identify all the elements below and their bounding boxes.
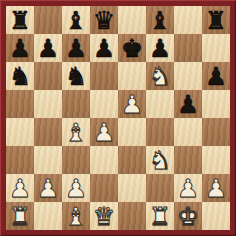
piece-black-bishop[interactable]: ♝ [146,6,174,34]
piece-black-bishop[interactable]: ♝ [62,6,90,34]
square-d2[interactable] [90,174,118,202]
square-g2[interactable]: ♟ [174,174,202,202]
square-f8[interactable]: ♝ [146,6,174,34]
square-d6[interactable] [90,62,118,90]
piece-white-bishop[interactable]: ♝ [62,202,90,230]
square-g4[interactable] [174,118,202,146]
square-g3[interactable] [174,146,202,174]
square-f7[interactable]: ♟ [146,34,174,62]
square-e8[interactable] [118,6,146,34]
square-h2[interactable]: ♟ [202,174,230,202]
square-a6[interactable]: ♞ [6,62,34,90]
square-a5[interactable] [6,90,34,118]
piece-black-knight[interactable]: ♞ [62,62,90,90]
square-b8[interactable] [34,6,62,34]
square-g7[interactable] [174,34,202,62]
square-g1[interactable]: ♚ [174,202,202,230]
square-g5[interactable]: ♟ [174,90,202,118]
square-f5[interactable] [146,90,174,118]
piece-white-rook[interactable]: ♜ [6,202,34,230]
square-d3[interactable] [90,146,118,174]
square-b2[interactable]: ♟ [34,174,62,202]
square-g8[interactable] [174,6,202,34]
square-b4[interactable] [34,118,62,146]
square-c2[interactable]: ♟ [62,174,90,202]
piece-white-knight[interactable]: ♞ [146,62,174,90]
square-b1[interactable] [34,202,62,230]
piece-white-king[interactable]: ♚ [174,202,202,230]
piece-black-pawn[interactable]: ♟ [90,34,118,62]
square-a4[interactable] [6,118,34,146]
square-h7[interactable] [202,34,230,62]
square-d7[interactable]: ♟ [90,34,118,62]
piece-white-pawn[interactable]: ♟ [34,174,62,202]
piece-white-pawn[interactable]: ♟ [62,174,90,202]
piece-black-pawn[interactable]: ♟ [202,62,230,90]
square-c7[interactable]: ♟ [62,34,90,62]
piece-black-pawn[interactable]: ♟ [34,34,62,62]
square-a2[interactable]: ♟ [6,174,34,202]
piece-white-rook[interactable]: ♜ [146,202,174,230]
square-f3[interactable]: ♞ [146,146,174,174]
board-frame: ♜♝♛♝♜♟♟♟♟♚♟♞♞♞♟♟♟♝♟♞♟♟♟♟♟♜♝♛♜♚ [0,0,236,236]
square-a3[interactable] [6,146,34,174]
square-h6[interactable]: ♟ [202,62,230,90]
piece-black-knight[interactable]: ♞ [6,62,34,90]
square-e5[interactable]: ♟ [118,90,146,118]
piece-white-queen[interactable]: ♛ [90,202,118,230]
square-c3[interactable] [62,146,90,174]
square-e7[interactable]: ♚ [118,34,146,62]
square-d8[interactable]: ♛ [90,6,118,34]
piece-white-knight[interactable]: ♞ [146,146,174,174]
piece-white-pawn[interactable]: ♟ [118,90,146,118]
square-e1[interactable] [118,202,146,230]
square-b7[interactable]: ♟ [34,34,62,62]
square-b6[interactable] [34,62,62,90]
chess-board: ♜♝♛♝♜♟♟♟♟♚♟♞♞♞♟♟♟♝♟♞♟♟♟♟♟♜♝♛♜♚ [6,6,230,230]
square-d4[interactable]: ♟ [90,118,118,146]
square-d1[interactable]: ♛ [90,202,118,230]
piece-white-pawn[interactable]: ♟ [6,174,34,202]
piece-black-pawn[interactable]: ♟ [146,34,174,62]
piece-black-rook[interactable]: ♜ [202,6,230,34]
piece-white-pawn[interactable]: ♟ [90,118,118,146]
square-e2[interactable] [118,174,146,202]
square-b3[interactable] [34,146,62,174]
square-h8[interactable]: ♜ [202,6,230,34]
square-a1[interactable]: ♜ [6,202,34,230]
square-h4[interactable] [202,118,230,146]
square-f4[interactable] [146,118,174,146]
square-f6[interactable]: ♞ [146,62,174,90]
square-f1[interactable]: ♜ [146,202,174,230]
piece-black-pawn[interactable]: ♟ [6,34,34,62]
piece-black-pawn[interactable]: ♟ [62,34,90,62]
piece-white-pawn[interactable]: ♟ [202,174,230,202]
square-h1[interactable] [202,202,230,230]
piece-white-bishop[interactable]: ♝ [62,118,90,146]
square-b5[interactable] [34,90,62,118]
piece-black-king[interactable]: ♚ [118,34,146,62]
piece-black-queen[interactable]: ♛ [90,6,118,34]
piece-black-rook[interactable]: ♜ [6,6,34,34]
square-c6[interactable]: ♞ [62,62,90,90]
square-a8[interactable]: ♜ [6,6,34,34]
square-c8[interactable]: ♝ [62,6,90,34]
square-g6[interactable] [174,62,202,90]
square-c1[interactable]: ♝ [62,202,90,230]
square-h3[interactable] [202,146,230,174]
square-h5[interactable] [202,90,230,118]
piece-white-pawn[interactable]: ♟ [174,174,202,202]
square-e4[interactable] [118,118,146,146]
square-c5[interactable] [62,90,90,118]
square-e6[interactable] [118,62,146,90]
square-f2[interactable] [146,174,174,202]
square-c4[interactable]: ♝ [62,118,90,146]
piece-black-pawn[interactable]: ♟ [174,90,202,118]
square-e3[interactable] [118,146,146,174]
square-a7[interactable]: ♟ [6,34,34,62]
square-d5[interactable] [90,90,118,118]
